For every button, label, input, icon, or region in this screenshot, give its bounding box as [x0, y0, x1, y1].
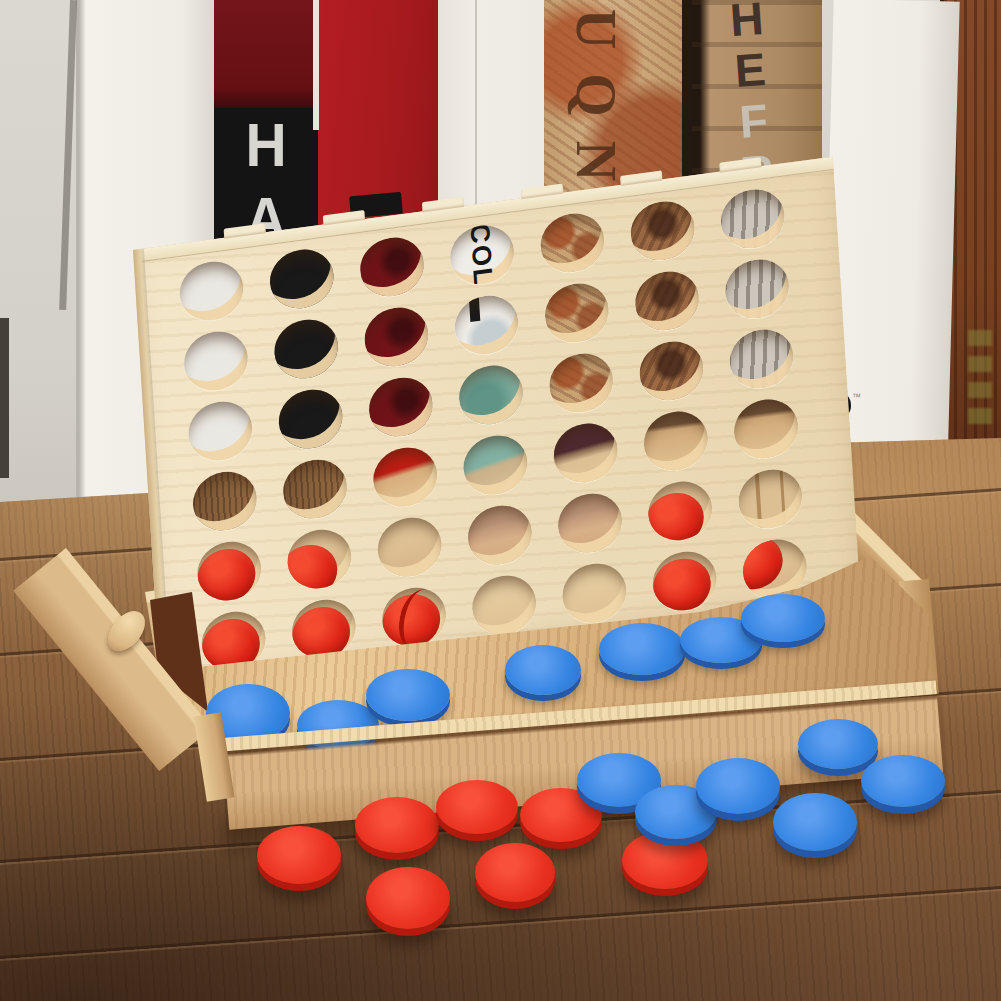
hole-r5c7[interactable]: [737, 466, 804, 532]
hole-r4c4[interactable]: [462, 432, 529, 498]
hole-r3c4[interactable]: [457, 362, 524, 428]
hole-r4c1[interactable]: [191, 468, 258, 534]
hole-r3c3[interactable]: [367, 374, 434, 440]
red-disc-on-table[interactable]: [366, 867, 450, 929]
hole-r4c3[interactable]: [372, 444, 439, 510]
hole-r1c7[interactable]: [719, 186, 786, 252]
hole-r6c3[interactable]: [380, 584, 447, 650]
hole-r5c5[interactable]: [556, 490, 623, 556]
blue-disc-on-table[interactable]: [696, 758, 780, 814]
book-letter: F: [716, 93, 791, 149]
book-black-red-cap: [214, 0, 318, 108]
hole-r2c7[interactable]: [724, 256, 791, 322]
hole-r5c6[interactable]: [647, 478, 714, 544]
hole-r2c4[interactable]: [453, 292, 520, 358]
hole-r2c6[interactable]: [633, 268, 700, 334]
book-col-title-through-hole: COL: [453, 222, 509, 288]
red-disc-on-table[interactable]: [475, 843, 555, 902]
blue-disc-on-table[interactable]: [798, 719, 878, 769]
hole-r5c2[interactable]: [286, 526, 353, 592]
red-disc-in-board[interactable]: [741, 536, 784, 594]
book-letter: H: [709, 0, 784, 48]
book-letter: E: [713, 43, 788, 99]
hole-r4c6[interactable]: [642, 408, 709, 474]
hole-r4c5[interactable]: [552, 420, 619, 486]
hole-r2c1[interactable]: [182, 328, 249, 394]
hole-r6c6[interactable]: [651, 548, 718, 614]
hole-r1c5[interactable]: [539, 210, 606, 276]
book-letter: H: [245, 110, 286, 179]
hole-r2c2[interactable]: [273, 316, 340, 382]
blue-disc-in-tray[interactable]: [599, 623, 685, 675]
left-book-edge: [0, 318, 9, 478]
scene: H A E L COL U Q N H E F R d ™: [0, 0, 1001, 1001]
hole-r5c1[interactable]: [196, 538, 263, 604]
red-disc-in-board[interactable]: [286, 541, 339, 592]
hole-r1c2[interactable]: [268, 246, 335, 312]
hole-r1c6[interactable]: [629, 198, 696, 264]
hole-r1c3[interactable]: [358, 234, 425, 300]
hole-r6c5[interactable]: [561, 560, 628, 626]
hole-r2c5[interactable]: [543, 280, 610, 346]
hole-r3c7[interactable]: [728, 326, 795, 392]
red-disc-in-board[interactable]: [196, 545, 258, 604]
hole-r5c3[interactable]: [376, 514, 443, 580]
red-disc-on-table[interactable]: [436, 780, 518, 834]
book-rust-title: U Q N: [556, 0, 636, 194]
blue-disc-in-tray[interactable]: [505, 645, 581, 695]
panel-faded-text: [968, 330, 992, 430]
blue-disc-in-tray[interactable]: [366, 669, 450, 721]
red-disc-in-board[interactable]: [651, 555, 713, 614]
board-holes: COL: [178, 186, 808, 675]
hole-r3c2[interactable]: [277, 386, 344, 452]
red-disc-on-table[interactable]: [355, 797, 439, 853]
red-disc-on-table[interactable]: [622, 831, 708, 889]
blue-disc-on-table[interactable]: [861, 755, 945, 807]
hole-r3c6[interactable]: [638, 338, 705, 404]
hole-r1c1[interactable]: [178, 258, 245, 324]
hole-r3c1[interactable]: [187, 398, 254, 464]
book-gap: [313, 0, 319, 130]
hole-r1c4[interactable]: COL: [449, 222, 516, 288]
hole-r4c7[interactable]: [732, 396, 799, 462]
hole-r6c4[interactable]: [471, 572, 538, 638]
red-disc-on-table[interactable]: [257, 826, 341, 884]
blue-disc-on-table[interactable]: [773, 793, 857, 851]
hole-r4c2[interactable]: [281, 456, 348, 522]
blue-disc-in-tray[interactable]: [741, 594, 825, 642]
trademark-symbol: ™: [852, 392, 861, 402]
hole-r5c4[interactable]: [466, 502, 533, 568]
red-disc-in-board[interactable]: [647, 489, 706, 544]
hole-r3c5[interactable]: [548, 350, 615, 416]
hole-r2c3[interactable]: [363, 304, 430, 370]
